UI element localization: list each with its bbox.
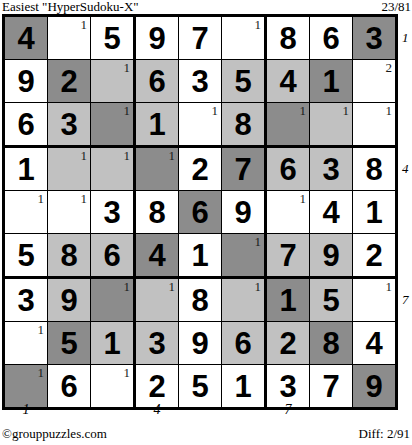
- given-digit: 8: [234, 109, 251, 140]
- cell-r7c6[interactable]: 1: [222, 279, 267, 322]
- cell-r3c7[interactable]: 1: [267, 103, 310, 148]
- row-label-4: 4: [402, 162, 409, 176]
- cell-r8c3[interactable]: 1: [91, 322, 136, 365]
- cell-r5c3[interactable]: 3: [91, 191, 136, 234]
- given-digit: 8: [322, 328, 339, 359]
- given-digit: 6: [234, 328, 251, 359]
- cell-r5c9[interactable]: 1: [353, 191, 395, 234]
- cell-r8c6[interactable]: 6: [222, 322, 267, 365]
- given-digit: 8: [365, 154, 382, 185]
- cell-r6c9[interactable]: 2: [353, 234, 395, 279]
- given-digit: 3: [322, 154, 339, 185]
- given-digit: 3: [17, 285, 34, 316]
- given-digit: 1: [148, 109, 165, 140]
- given-digit: 5: [17, 240, 34, 271]
- cell-r6c4[interactable]: 4: [136, 234, 179, 279]
- pencil-mark: 1: [81, 18, 88, 31]
- given-digit: 9: [17, 66, 34, 97]
- cell-r2c2[interactable]: 2: [48, 60, 91, 103]
- cell-r9c9[interactable]: 9: [353, 365, 395, 407]
- given-digit: 2: [279, 328, 296, 359]
- pencil-mark: 1: [38, 323, 45, 336]
- pencil-mark: 1: [169, 280, 176, 293]
- cell-r6c7[interactable]: 7: [267, 234, 310, 279]
- given-digit: 7: [191, 23, 208, 54]
- cell-r7c1[interactable]: 3: [5, 279, 48, 322]
- cell-r2c9[interactable]: 2: [353, 60, 395, 103]
- cell-r8c9[interactable]: 4: [353, 322, 395, 365]
- cell-r6c1[interactable]: 5: [5, 234, 48, 279]
- cell-r9c6[interactable]: 1: [222, 365, 267, 407]
- cell-r8c7[interactable]: 2: [267, 322, 310, 365]
- cell-r1c3[interactable]: 5: [91, 17, 136, 60]
- copyright-text: ©grouppuzzles.com: [2, 426, 107, 441]
- cells-remaining-counter: 23/81: [381, 0, 411, 13]
- row-label-1: 1: [402, 31, 409, 45]
- given-digit: 2: [148, 371, 165, 402]
- pencil-mark: 1: [212, 104, 219, 117]
- pencil-mark: 1: [386, 104, 393, 117]
- cell-r2c6[interactable]: 5: [222, 60, 267, 103]
- cell-r6c8[interactable]: 9: [310, 234, 353, 279]
- given-digit: 4: [322, 197, 339, 228]
- pencil-mark: 1: [255, 18, 262, 31]
- given-digit: 4: [365, 328, 382, 359]
- given-digit: 5: [103, 23, 120, 54]
- cell-r5c2[interactable]: 1: [48, 191, 91, 234]
- cell-r1c4[interactable]: 9: [136, 17, 179, 60]
- pencil-mark: 1: [81, 192, 88, 205]
- pencil-mark: 1: [124, 104, 131, 117]
- cell-r4c8[interactable]: 3: [310, 148, 353, 191]
- cell-r8c4[interactable]: 3: [136, 322, 179, 365]
- given-digit: 9: [191, 328, 208, 359]
- cell-r5c8[interactable]: 4: [310, 191, 353, 234]
- cell-r5c5[interactable]: 6: [179, 191, 222, 234]
- cell-r4c5[interactable]: 2: [179, 148, 222, 191]
- cell-r2c1[interactable]: 9: [5, 60, 48, 103]
- pencil-mark: 1: [124, 61, 131, 74]
- footer: ©grouppuzzles.com Diff: 2/91: [2, 426, 410, 441]
- given-digit: 3: [365, 23, 382, 54]
- given-digit: 6: [148, 66, 165, 97]
- given-digit: 7: [234, 154, 251, 185]
- cell-r8c8[interactable]: 8: [310, 322, 353, 365]
- cell-r7c5[interactable]: 8: [179, 279, 222, 322]
- cell-r6c2[interactable]: 8: [48, 234, 91, 279]
- pencil-mark: 1: [124, 149, 131, 162]
- given-digit: 9: [322, 240, 339, 271]
- cell-r2c7[interactable]: 4: [267, 60, 310, 103]
- pencil-mark: 1: [38, 192, 45, 205]
- cell-r6c6[interactable]: 1: [222, 234, 267, 279]
- given-digit: 6: [17, 109, 34, 140]
- cell-r3c5[interactable]: 1: [179, 103, 222, 148]
- cell-r4c6[interactable]: 7: [222, 148, 267, 191]
- given-digit: 5: [322, 285, 339, 316]
- given-digit: 2: [191, 154, 208, 185]
- pencil-mark: 1: [81, 149, 88, 162]
- given-digit: 5: [191, 371, 208, 402]
- cell-r9c5[interactable]: 5: [179, 365, 222, 407]
- given-digit: 3: [103, 197, 120, 228]
- cell-r6c5[interactable]: 1: [179, 234, 222, 279]
- cell-r2c4[interactable]: 6: [136, 60, 179, 103]
- cell-r9c7[interactable]: 3: [267, 365, 310, 407]
- pencil-mark: 1: [255, 235, 262, 248]
- cell-r2c8[interactable]: 1: [310, 60, 353, 103]
- pencil-mark: 1: [300, 104, 307, 117]
- given-digit: 9: [148, 23, 165, 54]
- given-digit: 6: [322, 23, 339, 54]
- cell-r9c8[interactable]: 7: [310, 365, 353, 407]
- given-digit: 1: [279, 285, 296, 316]
- cell-r5c1[interactable]: 1: [5, 191, 48, 234]
- cell-r6c3[interactable]: 6: [91, 234, 136, 279]
- cell-r9c1[interactable]: 1: [5, 365, 48, 407]
- cell-r4c9[interactable]: 8: [353, 148, 395, 191]
- given-digit: 6: [103, 240, 120, 271]
- cell-r4c3[interactable]: 1: [91, 148, 136, 191]
- cell-r4c1[interactable]: 1: [5, 148, 48, 191]
- cell-r4c4[interactable]: 1: [136, 148, 179, 191]
- cell-r8c5[interactable]: 9: [179, 322, 222, 365]
- cell-r3c3[interactable]: 1: [91, 103, 136, 148]
- cell-r7c2[interactable]: 9: [48, 279, 91, 322]
- given-digit: 3: [279, 371, 296, 402]
- given-digit: 5: [234, 66, 251, 97]
- given-digit: 1: [17, 154, 34, 185]
- given-digit: 1: [103, 328, 120, 359]
- cell-r8c1[interactable]: 1: [5, 322, 48, 365]
- given-digit: 8: [60, 240, 77, 271]
- cell-r9c4[interactable]: 2: [136, 365, 179, 407]
- difficulty-text: Diff: 2/91: [359, 426, 410, 441]
- cell-r3c1[interactable]: 6: [5, 103, 48, 148]
- col-label-1: 1: [23, 402, 30, 417]
- given-digit: 1: [191, 240, 208, 271]
- given-digit: 8: [148, 197, 165, 228]
- given-digit: 7: [279, 240, 296, 271]
- cell-r2c5[interactable]: 3: [179, 60, 222, 103]
- given-digit: 9: [234, 197, 251, 228]
- given-digit: 1: [322, 66, 339, 97]
- given-digit: 5: [60, 328, 77, 359]
- given-digit: 3: [60, 109, 77, 140]
- cell-r7c9[interactable]: 1: [353, 279, 395, 322]
- cell-r4c2[interactable]: 1: [48, 148, 91, 191]
- pencil-mark: 1: [38, 366, 45, 379]
- cell-r3c9[interactable]: 1: [353, 103, 395, 148]
- given-digit: 1: [365, 197, 382, 228]
- given-digit: 6: [191, 197, 208, 228]
- pencil-mark: 1: [124, 366, 131, 379]
- cell-r2c3[interactable]: 1: [91, 60, 136, 103]
- cell-r3c2[interactable]: 3: [48, 103, 91, 148]
- cell-r1c9[interactable]: 3: [353, 17, 395, 60]
- row-label-7: 7: [402, 293, 409, 307]
- cell-r5c6[interactable]: 9: [222, 191, 267, 234]
- given-digit: 1: [234, 371, 251, 402]
- col-label-7: 7: [285, 402, 292, 417]
- given-digit: 3: [148, 328, 165, 359]
- given-digit: 6: [279, 154, 296, 185]
- cell-r4c7[interactable]: 6: [267, 148, 310, 191]
- cell-r7c7[interactable]: 1: [267, 279, 310, 322]
- pencil-mark: 1: [169, 149, 176, 162]
- given-digit: 2: [60, 66, 77, 97]
- puzzle-page: Easiest "HyperSudoku-X" 23/81 4159718639…: [0, 0, 412, 445]
- given-digit: 4: [17, 23, 34, 54]
- pencil-mark: 1: [386, 280, 393, 293]
- pencil-mark: 1: [124, 280, 131, 293]
- cell-r7c3[interactable]: 1: [91, 279, 136, 322]
- sudoku-board: 4159718639216354126311181111111276381138…: [2, 14, 398, 410]
- given-digit: 8: [279, 23, 296, 54]
- col-label-4: 4: [154, 402, 161, 417]
- cell-r1c8[interactable]: 6: [310, 17, 353, 60]
- cell-r3c8[interactable]: 1: [310, 103, 353, 148]
- cell-r8c2[interactable]: 5: [48, 322, 91, 365]
- given-digit: 4: [279, 66, 296, 97]
- cell-r7c4[interactable]: 1: [136, 279, 179, 322]
- given-digit: 9: [365, 371, 382, 402]
- header: Easiest "HyperSudoku-X" 23/81: [2, 0, 411, 13]
- pencil-mark: 1: [343, 104, 350, 117]
- cell-r3c6[interactable]: 8: [222, 103, 267, 148]
- pencil-mark: 2: [386, 61, 393, 74]
- given-digit: 6: [60, 371, 77, 402]
- cell-r5c7[interactable]: 1: [267, 191, 310, 234]
- given-digit: 2: [365, 240, 382, 271]
- cell-r1c1[interactable]: 4: [5, 17, 48, 60]
- cell-r3c4[interactable]: 1: [136, 103, 179, 148]
- cell-r7c8[interactable]: 5: [310, 279, 353, 322]
- given-digit: 9: [60, 285, 77, 316]
- cell-r1c2[interactable]: 1: [48, 17, 91, 60]
- cell-r1c6[interactable]: 1: [222, 17, 267, 60]
- pencil-mark: 1: [255, 280, 262, 293]
- pencil-mark: 1: [300, 192, 307, 205]
- cell-r1c5[interactable]: 7: [179, 17, 222, 60]
- cell-r9c3[interactable]: 1: [91, 365, 136, 407]
- cell-r5c4[interactable]: 8: [136, 191, 179, 234]
- cell-r1c7[interactable]: 8: [267, 17, 310, 60]
- cell-r9c2[interactable]: 6: [48, 365, 91, 407]
- given-digit: 7: [322, 371, 339, 402]
- given-digit: 4: [148, 240, 165, 271]
- puzzle-title: Easiest "HyperSudoku-X": [2, 0, 139, 13]
- given-digit: 3: [191, 66, 208, 97]
- given-digit: 8: [191, 285, 208, 316]
